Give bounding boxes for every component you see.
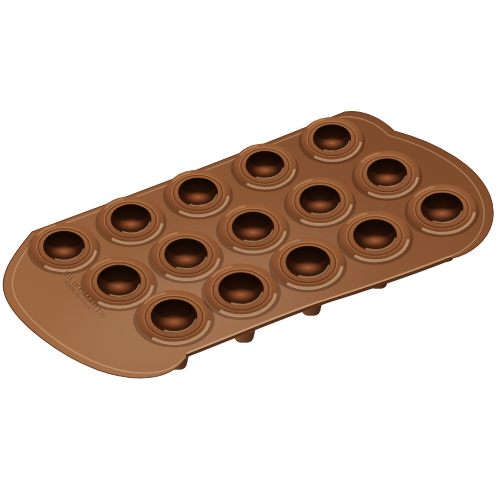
chocolate-mold-scene: SILIKOMART® SILIKOMART® MADE IN ITALY (0, 0, 500, 500)
product-photo: SILIKOMART® SILIKOMART® MADE IN ITALY (0, 0, 500, 500)
